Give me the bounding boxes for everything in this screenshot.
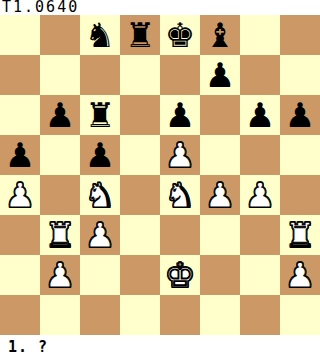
square-d7[interactable] [120,55,160,95]
square-c5[interactable]: ♟ [80,135,120,175]
square-b4[interactable] [40,175,80,215]
square-f2[interactable] [200,255,240,295]
square-b5[interactable] [40,135,80,175]
square-c4[interactable]: ♞ [80,175,120,215]
square-e2[interactable]: ♚ [160,255,200,295]
square-b1[interactable] [40,295,80,335]
square-a4[interactable]: ♟ [0,175,40,215]
square-h4[interactable] [280,175,320,215]
square-h2[interactable]: ♟ [280,255,320,295]
piece-black-pawn: ♟ [5,135,35,175]
square-g6[interactable]: ♟ [240,95,280,135]
piece-black-rook: ♜ [125,15,155,55]
square-a6[interactable] [0,95,40,135]
square-e1[interactable] [160,295,200,335]
square-d4[interactable] [120,175,160,215]
piece-white-king: ♚ [165,255,195,295]
piece-white-pawn: ♟ [165,135,195,175]
square-e4[interactable]: ♞ [160,175,200,215]
square-f4[interactable]: ♟ [200,175,240,215]
square-c1[interactable] [80,295,120,335]
square-h6[interactable]: ♟ [280,95,320,135]
piece-black-king: ♚ [165,15,195,55]
square-a5[interactable]: ♟ [0,135,40,175]
square-d6[interactable] [120,95,160,135]
piece-white-pawn: ♟ [45,255,75,295]
square-a8[interactable] [0,15,40,55]
square-b3[interactable]: ♜ [40,215,80,255]
square-d2[interactable] [120,255,160,295]
piece-white-rook: ♜ [45,215,75,255]
chess-puzzle-window: T1.0640 ♞♜♚♝♟♟♜♟♟♟♟♟♟♟♞♞♟♟♜♟♜♟♚♟ 1. ? [0,0,320,360]
piece-white-pawn: ♟ [205,175,235,215]
square-h8[interactable] [280,15,320,55]
square-a3[interactable] [0,215,40,255]
piece-white-knight: ♞ [165,175,195,215]
square-b6[interactable]: ♟ [40,95,80,135]
square-c8[interactable]: ♞ [80,15,120,55]
piece-black-rook: ♜ [85,95,115,135]
square-g2[interactable] [240,255,280,295]
piece-white-knight: ♞ [85,175,115,215]
square-e6[interactable]: ♟ [160,95,200,135]
piece-white-rook: ♜ [285,215,315,255]
square-e5[interactable]: ♟ [160,135,200,175]
square-g8[interactable] [240,15,280,55]
square-f3[interactable] [200,215,240,255]
square-f7[interactable]: ♟ [200,55,240,95]
square-h7[interactable] [280,55,320,95]
piece-black-pawn: ♟ [45,95,75,135]
piece-white-pawn: ♟ [5,175,35,215]
square-f6[interactable] [200,95,240,135]
square-c6[interactable]: ♜ [80,95,120,135]
square-f8[interactable]: ♝ [200,15,240,55]
piece-black-pawn: ♟ [205,55,235,95]
square-e8[interactable]: ♚ [160,15,200,55]
square-a1[interactable] [0,295,40,335]
piece-white-pawn: ♟ [245,175,275,215]
square-g4[interactable]: ♟ [240,175,280,215]
piece-black-pawn: ♟ [245,95,275,135]
square-c2[interactable] [80,255,120,295]
square-h5[interactable] [280,135,320,175]
square-g7[interactable] [240,55,280,95]
square-h3[interactable]: ♜ [280,215,320,255]
square-b8[interactable] [40,15,80,55]
square-e3[interactable] [160,215,200,255]
piece-white-pawn: ♟ [85,215,115,255]
square-g5[interactable] [240,135,280,175]
square-g1[interactable] [240,295,280,335]
move-prompt-label: 1. ? [8,337,48,357]
piece-black-pawn: ♟ [85,135,115,175]
square-e7[interactable] [160,55,200,95]
square-h1[interactable] [280,295,320,335]
piece-white-pawn: ♟ [285,255,315,295]
square-b7[interactable] [40,55,80,95]
piece-black-knight: ♞ [85,15,115,55]
square-a7[interactable] [0,55,40,95]
square-f1[interactable] [200,295,240,335]
square-c3[interactable]: ♟ [80,215,120,255]
piece-black-pawn: ♟ [285,95,315,135]
square-f5[interactable] [200,135,240,175]
chess-board: ♞♜♚♝♟♟♜♟♟♟♟♟♟♟♞♞♟♟♜♟♜♟♚♟ [0,15,320,335]
square-b2[interactable]: ♟ [40,255,80,295]
square-d3[interactable] [120,215,160,255]
piece-black-bishop: ♝ [205,15,235,55]
square-g3[interactable] [240,215,280,255]
piece-black-pawn: ♟ [165,95,195,135]
square-c7[interactable] [80,55,120,95]
puzzle-id-label: T1.0640 [2,0,79,15]
square-d5[interactable] [120,135,160,175]
square-d8[interactable]: ♜ [120,15,160,55]
square-d1[interactable] [120,295,160,335]
square-a2[interactable] [0,255,40,295]
